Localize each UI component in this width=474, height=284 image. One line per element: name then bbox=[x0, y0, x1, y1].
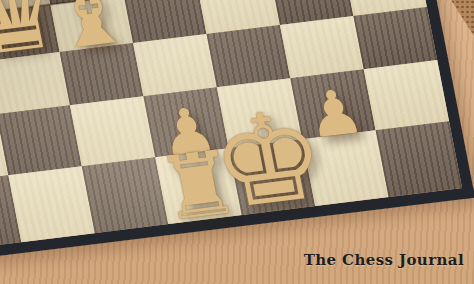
square-g3 bbox=[353, 7, 437, 69]
square-f3 bbox=[280, 16, 364, 78]
cork-surface-corner bbox=[446, 0, 474, 36]
white-king-e1: ♚ bbox=[201, 92, 335, 228]
watermark-text: The Chess Journal bbox=[304, 251, 464, 269]
square-g1 bbox=[376, 121, 462, 197]
square-b1 bbox=[8, 166, 94, 242]
white-bishop-c4: ♝ bbox=[44, 0, 137, 62]
square-d3 bbox=[133, 34, 217, 96]
chess-board: ♛♝♟♟♜♚ bbox=[0, 0, 474, 262]
square-e3 bbox=[206, 25, 290, 87]
square-b2 bbox=[0, 105, 82, 175]
square-g2 bbox=[364, 60, 449, 130]
photo-scene: ♛♝♟♟♜♚ The Chess Journal bbox=[0, 0, 474, 284]
square-c2 bbox=[70, 96, 155, 166]
